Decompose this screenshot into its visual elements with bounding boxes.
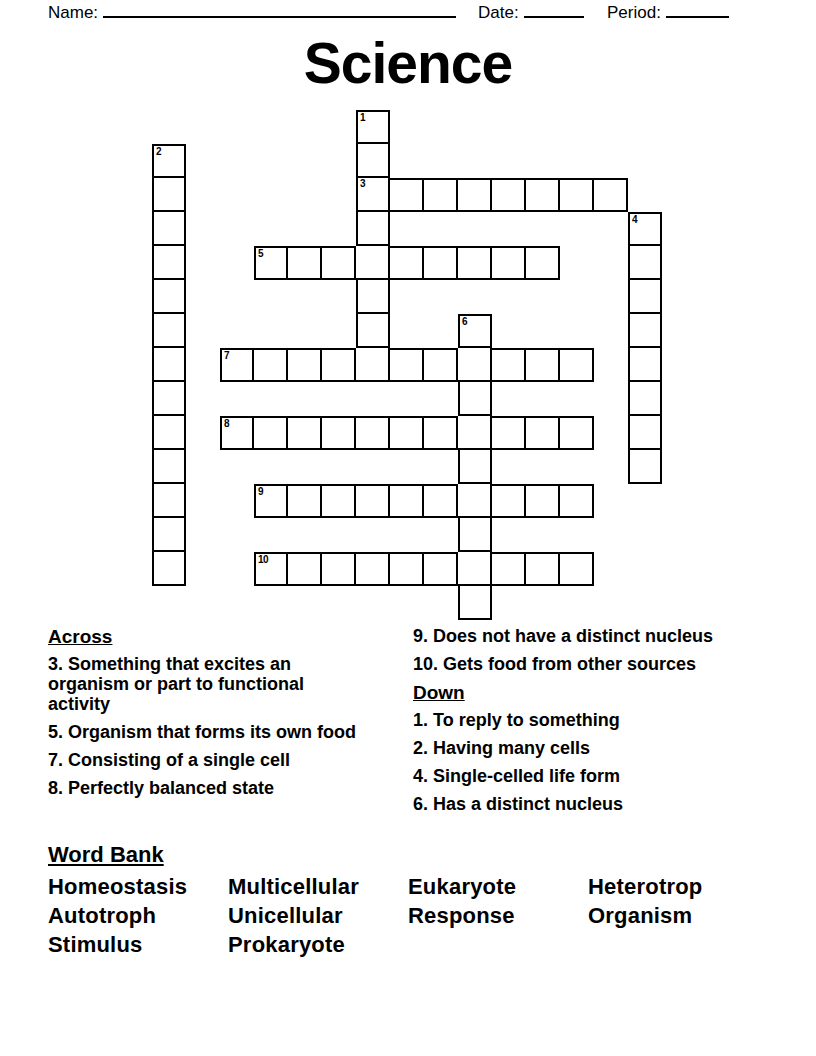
grid-cell-r7c6[interactable]	[356, 348, 390, 382]
grid-cell-r6c9[interactable]: 6	[458, 314, 492, 348]
grid-cell-r9c14[interactable]	[628, 416, 662, 450]
grid-cell-r4c4[interactable]	[288, 246, 322, 280]
grid-cell-r4c0[interactable]	[152, 246, 186, 280]
grid-cell-r3c0[interactable]	[152, 212, 186, 246]
clue-down-1: 1. To reply to something	[413, 710, 761, 730]
cell-number-4: 4	[632, 214, 637, 225]
grid-cell-r11c5[interactable]	[322, 484, 356, 518]
grid-cell-r3c6[interactable]	[356, 212, 390, 246]
grid-cell-r6c0[interactable]	[152, 314, 186, 348]
grid-cell-r4c7[interactable]	[390, 246, 424, 280]
grid-cell-r7c0[interactable]	[152, 348, 186, 382]
word-bank-word-stimulus: Stimulus	[48, 930, 228, 959]
grid-cell-r4c6[interactable]	[356, 246, 390, 280]
grid-cell-r10c9[interactable]	[458, 450, 492, 484]
grid-cell-r8c0[interactable]	[152, 382, 186, 416]
grid-cell-r8c9[interactable]	[458, 382, 492, 416]
crossword-grid: 12345678910	[152, 110, 662, 620]
grid-cell-r13c10[interactable]	[492, 552, 526, 586]
grid-cell-r11c7[interactable]	[390, 484, 424, 518]
clue-across-9: 9. Does not have a distinct nucleus	[413, 626, 761, 646]
grid-cell-r2c0[interactable]	[152, 178, 186, 212]
clue-across-7: 7. Consisting of a single cell	[48, 750, 370, 770]
grid-cell-r13c0[interactable]	[152, 552, 186, 586]
grid-cell-r7c14[interactable]	[628, 348, 662, 382]
grid-cell-r11c0[interactable]	[152, 484, 186, 518]
grid-cell-r4c10[interactable]	[492, 246, 526, 280]
name-label: Name:	[48, 3, 98, 23]
worksheet-page: Name: Date: Period: Science 12345678910 …	[0, 0, 816, 1056]
clue-across-10: 10. Gets food from other sources	[413, 654, 761, 674]
grid-cell-r10c0[interactable]	[152, 450, 186, 484]
grid-cell-r11c3[interactable]: 9	[254, 484, 288, 518]
grid-cell-r9c9[interactable]	[458, 416, 492, 450]
across-clues-list-left: 3. Something that excites an organism or…	[48, 654, 370, 798]
word-bank-words: HomeostasisMulticellularEukaryoteHeterot…	[48, 872, 788, 959]
cell-number-1: 1	[360, 112, 365, 123]
grid-cell-r5c14[interactable]	[628, 280, 662, 314]
grid-cell-r11c12[interactable]	[560, 484, 594, 518]
down-header: Down	[413, 682, 761, 703]
grid-cell-r13c3[interactable]: 10	[254, 552, 288, 586]
grid-cell-r6c14[interactable]	[628, 314, 662, 348]
clue-across-3: 3. Something that excites an organism or…	[48, 654, 370, 714]
period-label: Period:	[607, 3, 661, 23]
down-clues-list: 1. To reply to something2. Having many c…	[413, 710, 761, 814]
grid-cell-r9c11[interactable]	[526, 416, 560, 450]
grid-cell-r11c4[interactable]	[288, 484, 322, 518]
grid-cell-r2c8[interactable]	[424, 178, 458, 212]
grid-cell-r7c2[interactable]: 7	[220, 348, 254, 382]
grid-cell-r7c12[interactable]	[560, 348, 594, 382]
grid-cell-r4c11[interactable]	[526, 246, 560, 280]
grid-cell-r2c13[interactable]	[594, 178, 628, 212]
grid-cell-r4c14[interactable]	[628, 246, 662, 280]
grid-cell-r9c10[interactable]	[492, 416, 526, 450]
clue-across-5: 5. Organism that forms its own food	[48, 722, 370, 742]
grid-cell-r0c6[interactable]: 1	[356, 110, 390, 144]
clue-down-2: 2. Having many cells	[413, 738, 761, 758]
clue-down-6: 6. Has a distinct nucleus	[413, 794, 761, 814]
grid-cell-r2c10[interactable]	[492, 178, 526, 212]
grid-cell-r4c3[interactable]: 5	[254, 246, 288, 280]
grid-cell-r2c7[interactable]	[390, 178, 424, 212]
grid-cell-r14c9[interactable]	[458, 586, 492, 620]
grid-cell-r8c14[interactable]	[628, 382, 662, 416]
word-bank-word-response: Response	[408, 901, 588, 930]
grid-cell-r9c12[interactable]	[560, 416, 594, 450]
grid-cell-r12c9[interactable]	[458, 518, 492, 552]
period-blank-line	[666, 2, 729, 18]
word-bank-word-unicellular: Unicellular	[228, 901, 408, 930]
period-field: Period:	[607, 2, 729, 23]
grid-cell-r2c12[interactable]	[560, 178, 594, 212]
grid-cell-r13c11[interactable]	[526, 552, 560, 586]
clue-across-8: 8. Perfectly balanced state	[48, 778, 370, 798]
grid-cell-r9c4[interactable]	[288, 416, 322, 450]
grid-cell-r4c8[interactable]	[424, 246, 458, 280]
grid-cell-r11c9[interactable]	[458, 484, 492, 518]
grid-cell-r2c11[interactable]	[526, 178, 560, 212]
word-bank-word-homeostasis: Homeostasis	[48, 872, 228, 901]
grid-cell-r11c6[interactable]	[356, 484, 390, 518]
grid-cell-r2c9[interactable]	[458, 178, 492, 212]
grid-cell-r7c5[interactable]	[322, 348, 356, 382]
grid-cell-r9c8[interactable]	[424, 416, 458, 450]
grid-cell-r9c2[interactable]: 8	[220, 416, 254, 450]
grid-cell-r13c7[interactable]	[390, 552, 424, 586]
date-label: Date:	[478, 3, 519, 23]
grid-cell-r9c5[interactable]	[322, 416, 356, 450]
grid-cell-r1c0[interactable]: 2	[152, 144, 186, 178]
word-bank-header: Word Bank	[48, 843, 788, 867]
grid-cell-r4c9[interactable]	[458, 246, 492, 280]
grid-cell-r11c11[interactable]	[526, 484, 560, 518]
grid-cell-r9c7[interactable]	[390, 416, 424, 450]
name-field: Name:	[48, 2, 456, 23]
clues-right-column: 9. Does not have a distinct nucleus10. G…	[413, 626, 761, 822]
grid-cell-r4c5[interactable]	[322, 246, 356, 280]
grid-cell-r12c0[interactable]	[152, 518, 186, 552]
grid-cell-r7c9[interactable]	[458, 348, 492, 382]
grid-cell-r7c3[interactable]	[254, 348, 288, 382]
grid-cell-r6c6[interactable]	[356, 314, 390, 348]
grid-cell-r1c6[interactable]	[356, 144, 390, 178]
grid-cell-r2c6[interactable]: 3	[356, 178, 390, 212]
cell-number-3: 3	[360, 178, 365, 189]
cell-number-9: 9	[258, 486, 263, 497]
name-blank-line	[103, 2, 456, 18]
grid-cell-r5c0[interactable]	[152, 280, 186, 314]
grid-cell-r11c8[interactable]	[424, 484, 458, 518]
grid-cell-r13c12[interactable]	[560, 552, 594, 586]
grid-cell-r5c6[interactable]	[356, 280, 390, 314]
word-bank-word-multicellular: Multicellular	[228, 872, 408, 901]
cell-number-6: 6	[462, 316, 467, 327]
across-header: Across	[48, 626, 370, 647]
grid-cell-r7c10[interactable]	[492, 348, 526, 382]
cell-number-8: 8	[224, 418, 229, 429]
word-bank-word-autotroph: Autotroph	[48, 901, 228, 930]
word-bank-word-prokaryote: Prokaryote	[228, 930, 408, 959]
across-clues-list-right: 9. Does not have a distinct nucleus10. G…	[413, 626, 761, 674]
grid-cell-r9c3[interactable]	[254, 416, 288, 450]
cell-number-5: 5	[258, 248, 263, 259]
grid-cell-r7c8[interactable]	[424, 348, 458, 382]
word-bank: Word Bank HomeostasisMulticellularEukary…	[48, 843, 788, 959]
cell-number-2: 2	[156, 146, 161, 157]
cell-number-7: 7	[224, 350, 229, 361]
word-bank-word-eukaryote: Eukaryote	[408, 872, 588, 901]
word-bank-word-organism: Organism	[588, 901, 768, 930]
grid-cell-r9c6[interactable]	[356, 416, 390, 450]
clues-left-column: Across 3. Something that excites an orga…	[48, 626, 370, 806]
grid-cell-r13c9[interactable]	[458, 552, 492, 586]
grid-cell-r9c0[interactable]	[152, 416, 186, 450]
grid-cell-r7c11[interactable]	[526, 348, 560, 382]
grid-cell-r3c14[interactable]: 4	[628, 212, 662, 246]
grid-cell-r11c10[interactable]	[492, 484, 526, 518]
grid-cell-r13c8[interactable]	[424, 552, 458, 586]
word-bank-word-heterotrop: Heterotrop	[588, 872, 768, 901]
cell-number-10: 10	[258, 554, 268, 565]
page-title: Science	[0, 30, 816, 96]
grid-cell-r10c14[interactable]	[628, 450, 662, 484]
grid-cell-r7c4[interactable]	[288, 348, 322, 382]
date-field: Date:	[478, 2, 584, 23]
grid-cell-r13c4[interactable]	[288, 552, 322, 586]
grid-cell-r13c6[interactable]	[356, 552, 390, 586]
date-blank-line	[524, 2, 584, 18]
clue-down-4: 4. Single-celled life form	[413, 766, 761, 786]
grid-cell-r13c5[interactable]	[322, 552, 356, 586]
grid-cell-r7c7[interactable]	[390, 348, 424, 382]
